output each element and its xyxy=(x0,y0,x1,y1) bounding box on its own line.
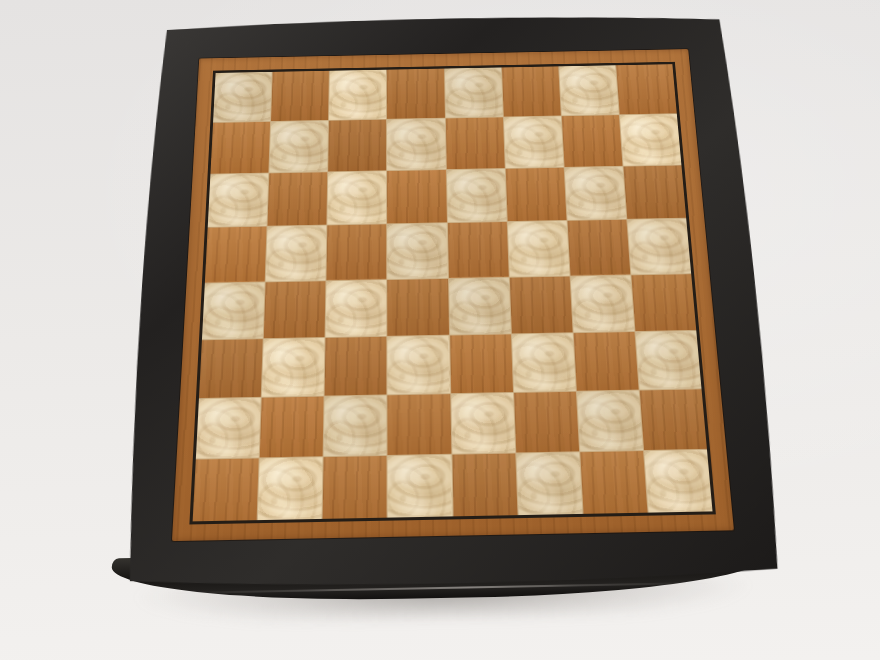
square-g7 xyxy=(562,115,623,167)
square-g4 xyxy=(570,275,634,332)
square-h1 xyxy=(644,450,713,513)
square-h5 xyxy=(627,219,691,274)
square-f1 xyxy=(516,452,582,515)
square-b1 xyxy=(258,457,323,520)
square-f7 xyxy=(503,116,563,168)
square-b6 xyxy=(268,172,328,226)
square-h6 xyxy=(623,166,686,219)
square-c5 xyxy=(327,225,387,280)
square-c4 xyxy=(326,280,387,337)
square-e5 xyxy=(447,222,508,277)
square-h7 xyxy=(620,114,682,166)
square-e7 xyxy=(445,117,504,169)
square-c8 xyxy=(329,70,386,120)
square-b7 xyxy=(269,121,328,173)
square-h4 xyxy=(631,274,696,331)
square-g5 xyxy=(567,220,630,275)
square-a6 xyxy=(208,174,269,228)
square-e6 xyxy=(446,169,506,223)
square-d8 xyxy=(387,69,444,119)
square-b3 xyxy=(262,338,325,397)
square-e8 xyxy=(444,67,502,117)
square-f4 xyxy=(509,276,572,333)
square-b5 xyxy=(266,226,327,281)
square-e2 xyxy=(451,393,515,454)
square-e3 xyxy=(450,334,513,393)
square-a4 xyxy=(202,282,265,339)
square-g8 xyxy=(559,65,619,115)
square-e4 xyxy=(448,277,510,334)
square-b8 xyxy=(271,71,329,121)
square-h3 xyxy=(635,330,701,389)
square-e1 xyxy=(452,453,517,516)
square-g2 xyxy=(577,390,643,451)
square-d3 xyxy=(388,335,450,394)
square-h8 xyxy=(616,64,677,114)
chess-board xyxy=(117,0,779,609)
square-c1 xyxy=(323,456,387,519)
square-f8 xyxy=(502,66,561,116)
square-a2 xyxy=(196,398,261,459)
square-c3 xyxy=(325,336,387,395)
square-f5 xyxy=(507,221,569,276)
square-d7 xyxy=(387,119,445,171)
square-g3 xyxy=(573,332,638,391)
board-border-teak xyxy=(172,49,734,541)
square-a3 xyxy=(199,339,263,398)
square-c2 xyxy=(324,395,387,456)
square-d1 xyxy=(388,455,452,518)
square-a5 xyxy=(205,227,267,282)
square-a7 xyxy=(210,122,270,174)
square-f3 xyxy=(512,333,576,392)
square-g6 xyxy=(564,167,626,220)
square-f2 xyxy=(514,392,579,453)
square-h2 xyxy=(640,389,707,450)
square-d4 xyxy=(388,278,449,335)
square-a8 xyxy=(213,72,272,122)
square-d2 xyxy=(388,394,451,455)
square-c7 xyxy=(328,120,386,172)
square-a1 xyxy=(193,458,259,521)
board-grid xyxy=(189,62,716,525)
square-f6 xyxy=(505,168,566,221)
board-top-surface xyxy=(112,7,796,598)
square-g1 xyxy=(580,451,647,514)
photo-background xyxy=(0,0,880,660)
square-b4 xyxy=(264,281,326,338)
square-d6 xyxy=(387,170,446,224)
square-d5 xyxy=(387,223,447,278)
square-c6 xyxy=(328,171,387,225)
square-b2 xyxy=(260,396,324,457)
